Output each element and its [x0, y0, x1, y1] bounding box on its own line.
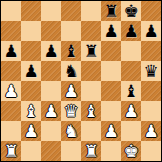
square-h1[interactable]	[141, 141, 161, 161]
piece-white-king[interactable]: ♚	[121, 141, 141, 161]
square-a1[interactable]: ♜	[1, 141, 21, 161]
piece-white-bishop[interactable]: ♝	[21, 101, 41, 121]
square-f5[interactable]	[101, 61, 121, 81]
square-e6[interactable]: ♜	[81, 41, 101, 61]
piece-white-pawn[interactable]: ♟	[101, 121, 121, 141]
square-f2[interactable]: ♟	[101, 121, 121, 141]
square-e1[interactable]: ♜	[81, 141, 101, 161]
square-b1[interactable]	[21, 141, 41, 161]
square-h2[interactable]: ♟	[141, 121, 161, 141]
square-g4[interactable]: ♝	[121, 81, 141, 101]
square-b2[interactable]: ♟	[21, 121, 41, 141]
piece-black-king[interactable]: ♚	[121, 1, 141, 21]
piece-white-pawn[interactable]: ♟	[21, 121, 41, 141]
piece-black-pawn[interactable]: ♟	[41, 41, 61, 61]
piece-white-knight[interactable]: ♞	[61, 121, 81, 141]
square-f8[interactable]: ♜	[101, 1, 121, 21]
square-d3[interactable]: ♛	[61, 101, 81, 121]
square-h5[interactable]: ♛	[141, 61, 161, 81]
piece-white-rook[interactable]: ♜	[1, 141, 21, 161]
square-e4[interactable]	[81, 81, 101, 101]
piece-black-pawn[interactable]: ♟	[121, 21, 141, 41]
square-g3[interactable]: ♟	[121, 101, 141, 121]
square-b8[interactable]	[21, 1, 41, 21]
square-e8[interactable]	[81, 1, 101, 21]
square-g7[interactable]: ♟	[121, 21, 141, 41]
square-f3[interactable]	[101, 101, 121, 121]
square-h4[interactable]	[141, 81, 161, 101]
square-b6[interactable]	[21, 41, 41, 61]
piece-black-rook[interactable]: ♜	[101, 1, 121, 21]
square-d5[interactable]: ♞	[61, 61, 81, 81]
square-d4[interactable]: ♟	[61, 81, 81, 101]
piece-black-pawn[interactable]: ♟	[141, 21, 161, 41]
square-f6[interactable]	[101, 41, 121, 61]
square-h7[interactable]: ♟	[141, 21, 161, 41]
square-e5[interactable]	[81, 61, 101, 81]
square-d6[interactable]: ♝	[61, 41, 81, 61]
square-c1[interactable]	[41, 141, 61, 161]
square-f7[interactable]: ♟	[101, 21, 121, 41]
piece-black-pawn[interactable]: ♟	[101, 21, 121, 41]
square-d8[interactable]	[61, 1, 81, 21]
square-c3[interactable]: ♟	[41, 101, 61, 121]
piece-black-pawn[interactable]: ♟	[21, 61, 41, 81]
piece-white-pawn[interactable]: ♟	[41, 101, 61, 121]
square-c7[interactable]	[41, 21, 61, 41]
square-h8[interactable]	[141, 1, 161, 21]
square-e3[interactable]: ♝	[81, 101, 101, 121]
piece-white-pawn[interactable]: ♟	[141, 121, 161, 141]
square-e7[interactable]	[81, 21, 101, 41]
piece-white-rook[interactable]: ♜	[81, 141, 101, 161]
square-c5[interactable]	[41, 61, 61, 81]
piece-white-pawn[interactable]: ♟	[1, 81, 21, 101]
square-d2[interactable]: ♞	[61, 121, 81, 141]
piece-black-rook[interactable]: ♜	[81, 41, 101, 61]
piece-black-knight[interactable]: ♞	[61, 61, 81, 81]
chess-board-grid: ♜♚♟♟♟♟♟♝♜♟♞♛♟♟♝♝♟♛♝♟♟♞♟♟♜♜♚	[1, 1, 161, 161]
square-d1[interactable]	[61, 141, 81, 161]
square-g1[interactable]: ♚	[121, 141, 141, 161]
piece-black-queen[interactable]: ♛	[141, 61, 161, 81]
square-g8[interactable]: ♚	[121, 1, 141, 21]
square-b4[interactable]	[21, 81, 41, 101]
square-b3[interactable]: ♝	[21, 101, 41, 121]
piece-white-bishop[interactable]: ♝	[81, 101, 101, 121]
square-b5[interactable]: ♟	[21, 61, 41, 81]
piece-white-queen[interactable]: ♛	[61, 101, 81, 121]
square-a3[interactable]	[1, 101, 21, 121]
square-c2[interactable]	[41, 121, 61, 141]
square-b7[interactable]	[21, 21, 41, 41]
square-g5[interactable]	[121, 61, 141, 81]
square-g6[interactable]	[121, 41, 141, 61]
square-c6[interactable]: ♟	[41, 41, 61, 61]
square-a2[interactable]	[1, 121, 21, 141]
piece-black-bishop[interactable]: ♝	[121, 81, 141, 101]
square-a6[interactable]: ♟	[1, 41, 21, 61]
square-f4[interactable]	[101, 81, 121, 101]
piece-black-bishop[interactable]: ♝	[61, 41, 81, 61]
chess-board: ♜♚♟♟♟♟♟♝♜♟♞♛♟♟♝♝♟♛♝♟♟♞♟♟♜♜♚	[0, 0, 162, 162]
square-c4[interactable]	[41, 81, 61, 101]
square-a8[interactable]	[1, 1, 21, 21]
square-d7[interactable]	[61, 21, 81, 41]
square-a4[interactable]: ♟	[1, 81, 21, 101]
square-a7[interactable]	[1, 21, 21, 41]
piece-white-pawn[interactable]: ♟	[121, 101, 141, 121]
square-e2[interactable]	[81, 121, 101, 141]
piece-white-pawn[interactable]: ♟	[61, 81, 81, 101]
square-g2[interactable]	[121, 121, 141, 141]
square-f1[interactable]	[101, 141, 121, 161]
square-h6[interactable]	[141, 41, 161, 61]
square-a5[interactable]	[1, 61, 21, 81]
square-c8[interactable]	[41, 1, 61, 21]
piece-black-pawn[interactable]: ♟	[1, 41, 21, 61]
square-h3[interactable]	[141, 101, 161, 121]
